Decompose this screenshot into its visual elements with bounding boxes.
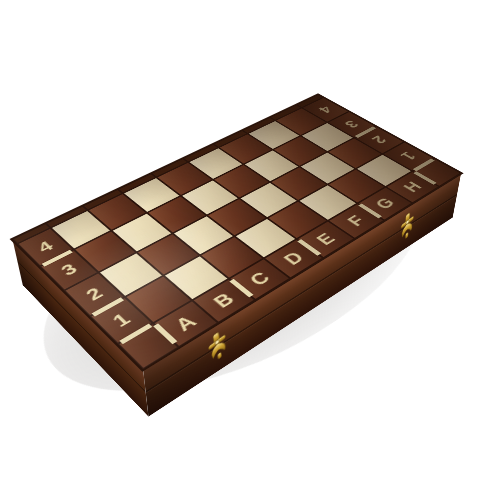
fold-edge-cell [46,206,88,228]
square-d1 [234,218,296,258]
square-b3 [111,213,172,253]
square-a4 [51,210,112,249]
square-c1 [200,236,264,279]
square-a2 [98,252,163,297]
square-e1 [267,201,328,239]
inlay-strip-front [229,279,253,297]
product-photo-scene: 44332211ABCDEFGH [0,0,500,500]
square-a1 [125,276,192,324]
inlay-strip-front [358,204,382,219]
square-b2 [137,233,200,275]
inlay-strip-front [153,324,177,345]
inlay-strip-left [91,297,123,316]
square-b1 [163,255,229,300]
inlay-strip-left [119,323,152,344]
chess-box: 44332211ABCDEFGH [12,94,461,369]
fold-edge-cell [12,223,50,243]
square-c2 [173,215,235,255]
inlay-strip-left [41,250,72,267]
inlay-strip-front [297,239,321,256]
square-a3 [74,231,137,273]
